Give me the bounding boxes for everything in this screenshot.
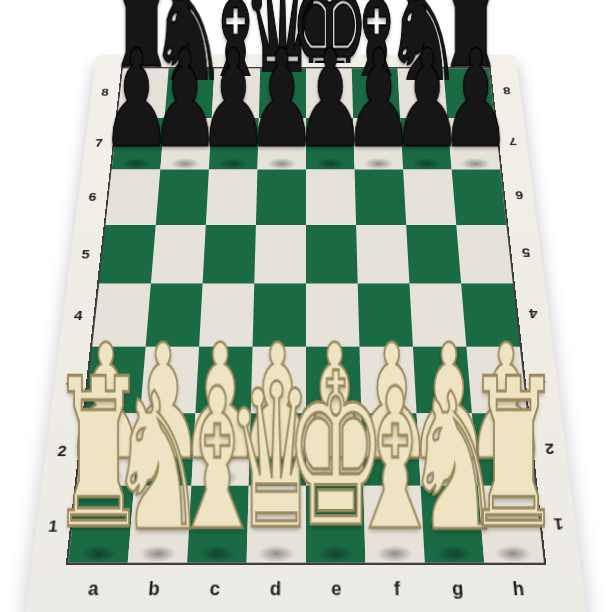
square-e5[interactable] bbox=[306, 225, 358, 284]
file-label-h: h bbox=[487, 579, 550, 600]
square-d6[interactable] bbox=[256, 169, 306, 224]
square-h7[interactable]: ♟ bbox=[447, 118, 500, 170]
chess-board: ♜♞♝♛♚♝♞♜♟♟♟♟♟♟♟♟♟♟♟♟♟♟♟♟♜♞♝♛♚♝♞♜ bbox=[66, 67, 546, 564]
file-label-d: d bbox=[245, 579, 306, 600]
file-labels-bottom: abcdefgh bbox=[60, 565, 552, 612]
square-g5[interactable] bbox=[406, 225, 461, 284]
square-f6[interactable] bbox=[355, 169, 407, 224]
square-h6[interactable] bbox=[452, 169, 507, 224]
file-label-a: a bbox=[62, 579, 125, 600]
square-a6[interactable] bbox=[106, 169, 161, 224]
rank-label-right-5: 5 bbox=[508, 224, 544, 283]
file-label-c: c bbox=[184, 579, 246, 600]
chess-mat: 87654321 ♜♞♝♛♚♝♞♜♟♟♟♟♟♟♟♟♟♟♟♟♟♟♟♟♜♞♝♛♚♝♞… bbox=[25, 55, 587, 612]
square-c5[interactable] bbox=[203, 225, 256, 284]
piece-white-rook-h1[interactable]: ♜ bbox=[465, 352, 562, 558]
rank-label-right-6: 6 bbox=[502, 169, 537, 225]
square-d5[interactable] bbox=[254, 225, 306, 284]
file-label-b: b bbox=[123, 579, 185, 600]
product-photo: 87654321 ♜♞♝♛♚♝♞♜♟♟♟♟♟♟♟♟♟♟♟♟♟♟♟♟♜♞♝♛♚♝♞… bbox=[0, 0, 612, 612]
square-h5[interactable] bbox=[456, 225, 513, 284]
square-b6[interactable] bbox=[156, 169, 209, 224]
square-a5[interactable] bbox=[99, 225, 156, 284]
square-b5[interactable] bbox=[151, 225, 206, 284]
piece-black-pawn-h7[interactable]: ♟ bbox=[440, 32, 511, 167]
square-g6[interactable] bbox=[403, 169, 456, 224]
file-label-f: f bbox=[366, 579, 428, 600]
square-f5[interactable] bbox=[356, 225, 409, 284]
file-label-e: e bbox=[306, 579, 367, 600]
file-label-g: g bbox=[427, 579, 489, 600]
square-h1[interactable]: ♜ bbox=[478, 485, 544, 562]
square-c6[interactable] bbox=[206, 169, 258, 224]
square-e6[interactable] bbox=[306, 169, 356, 224]
